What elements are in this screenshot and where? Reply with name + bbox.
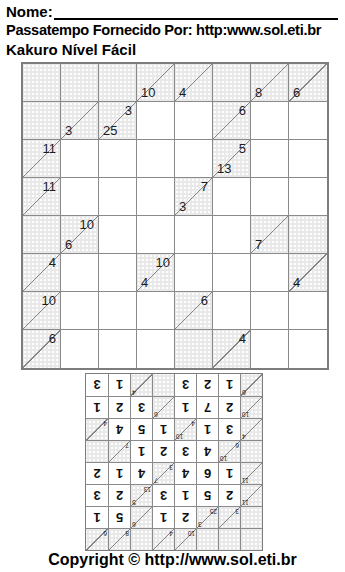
solution-cell-r7c6: 3 — [130, 396, 152, 418]
down-clue: 4 — [169, 529, 173, 537]
solution-cell-r5c3: 4 — [196, 440, 218, 462]
across-clue: 10 — [176, 432, 183, 440]
down-clue: 6 — [293, 86, 300, 99]
solution-cell-r3c8: 3 — [86, 484, 108, 506]
solution-digit: 1 — [219, 374, 240, 396]
copyright-text: Copyright © http://www.sol.eti.br — [0, 551, 345, 569]
cell-r1c4: 10 — [137, 64, 175, 102]
solution-cell-r7c3: 7 — [196, 396, 218, 418]
cell-r8c8[interactable] — [289, 330, 327, 368]
across-clue: 10 — [220, 454, 227, 462]
solution-cell-r2c6: 6 — [130, 506, 152, 528]
solution-cell-r2c5: 1 — [152, 506, 174, 528]
down-clue: 6 — [103, 529, 107, 537]
solution-cell-r4c2: 1 — [218, 462, 240, 484]
cell-r4c4[interactable] — [137, 178, 175, 216]
solution-cell-r5c5: 2 — [152, 440, 174, 462]
solution-digit: 1 — [86, 507, 108, 528]
solution-digit: 5 — [131, 419, 152, 440]
solution-digit: 3 — [86, 374, 108, 396]
cell-r8c4[interactable] — [137, 330, 175, 368]
down-clue: 3 — [169, 463, 173, 471]
solution-digit: 4 — [131, 463, 152, 484]
solution-cell-r5c6: 1 — [130, 440, 152, 462]
solution-cell-r4c6: 4 — [130, 462, 152, 484]
solution-cell-r2c2: 3 — [218, 506, 240, 528]
cell-r3c8[interactable] — [289, 140, 327, 178]
name-label: Nome: — [6, 3, 53, 20]
solution-digit: 3 — [131, 397, 152, 418]
solution-cell-r1c3 — [196, 528, 218, 550]
solution-cell-r7c7: 2 — [108, 396, 130, 418]
solution-cell-r6c7: 4 — [108, 418, 130, 440]
across-clue: 6 — [49, 332, 56, 345]
solution-cell-r4c8: 2 — [86, 462, 108, 484]
across-clue: 11 — [43, 180, 57, 193]
cell-r2c2: 3 — [61, 102, 99, 140]
cell-r6c3[interactable] — [99, 254, 137, 292]
solution-cell-r2c1 — [240, 506, 262, 528]
cell-r3c6: 513 — [213, 140, 251, 178]
solution-cell-r5c2: 106 — [218, 440, 240, 462]
across-clue: 6 — [242, 388, 246, 396]
cell-r2c7[interactable] — [251, 102, 289, 140]
cell-r7c1: 10 — [23, 292, 61, 330]
cell-r1c3 — [99, 64, 137, 102]
solution-cell-r8c2: 1 — [218, 374, 240, 396]
solution-digit: 3 — [219, 419, 240, 440]
cell-r1c1 — [23, 64, 61, 102]
across-clue: 3 — [198, 520, 202, 528]
cell-r3c3[interactable] — [99, 140, 137, 178]
solution-cell-r7c8: 1 — [86, 396, 108, 418]
cell-r6c1: 4 — [23, 254, 61, 292]
solution-cell-r6c5: 1 — [152, 418, 174, 440]
across-clue: 11 — [242, 498, 249, 506]
cell-r5c4[interactable] — [137, 216, 175, 254]
cell-r5c6[interactable] — [213, 216, 251, 254]
solution-digit: 3 — [175, 441, 196, 462]
solution-cell-r4c1: 11 — [240, 462, 262, 484]
cell-r7c5: 6 — [175, 292, 213, 330]
solution-cell-r2c8: 1 — [86, 506, 108, 528]
across-clue: 7 — [154, 476, 158, 484]
cell-r7c3[interactable] — [99, 292, 137, 330]
solution-cell-r6c8: 4 — [86, 418, 108, 440]
solution-digit: 2 — [219, 397, 240, 418]
solution-digit: 2 — [109, 397, 130, 418]
solution-cell-r3c4: 1 — [174, 484, 196, 506]
solution-digit: 2 — [86, 463, 108, 484]
cell-r2c3: 325 — [99, 102, 137, 140]
solution-digit: 2 — [175, 507, 196, 528]
across-clue: 10 — [80, 218, 94, 231]
across-clue: 6 — [201, 294, 208, 307]
down-clue: 6 — [65, 238, 72, 251]
across-clue: 4 — [239, 332, 246, 345]
cell-r8c7[interactable] — [251, 330, 289, 368]
cell-r1c8: 6 — [289, 64, 327, 102]
cell-r3c1: 11 — [23, 140, 61, 178]
across-clue: 11 — [242, 476, 249, 484]
down-clue: 4 — [103, 419, 107, 427]
cell-r6c4: 104 — [137, 254, 175, 292]
cell-r7c2[interactable] — [61, 292, 99, 330]
solution-cell-r8c7: 1 — [108, 374, 130, 396]
down-clue: 4 — [179, 86, 186, 99]
cell-r2c1 — [23, 102, 61, 140]
cell-r3c7[interactable] — [251, 140, 289, 178]
down-clue: 7 — [255, 238, 262, 251]
across-clue: 10 — [242, 410, 249, 418]
cell-r1c5: 4 — [175, 64, 213, 102]
cell-r3c4[interactable] — [137, 140, 175, 178]
cell-r6c5[interactable] — [175, 254, 213, 292]
solution-cell-r4c7: 1 — [108, 462, 130, 484]
across-clue: 4 — [242, 432, 246, 440]
cell-r2c5[interactable] — [175, 102, 213, 140]
solution-cell-r7c1: 10 — [240, 396, 262, 418]
solution-cell-r5c7: 7 — [108, 440, 130, 462]
across-clue: 5 — [239, 142, 246, 155]
cell-r5c3[interactable] — [99, 216, 137, 254]
solution-cell-r1c1 — [240, 528, 262, 550]
solution-cell-r8c8: 3 — [86, 374, 108, 396]
solution-digit: 7 — [197, 397, 218, 418]
solution-cell-r1c2 — [218, 528, 240, 550]
solution-digit: 3 — [175, 374, 196, 396]
down-clue: 4 — [293, 276, 300, 289]
solution-cell-r8c1: 6 — [240, 374, 262, 396]
down-clue: 13 — [144, 485, 151, 493]
solution-cell-r1c4: 10 — [174, 528, 196, 550]
cell-r2c4[interactable] — [137, 102, 175, 140]
solution-cell-r1c5: 4 — [152, 528, 174, 550]
solution-digit: 1 — [109, 374, 130, 396]
solution-cell-r8c3: 2 — [196, 374, 218, 396]
solution-cell-r7c2: 2 — [218, 396, 240, 418]
cell-r5c2: 106 — [61, 216, 99, 254]
cell-r8c6: 4 — [213, 330, 251, 368]
down-clue: 10 — [141, 86, 155, 99]
solution-digit: 1 — [131, 441, 152, 462]
solution-digit: 2 — [219, 485, 240, 506]
cell-r7c8[interactable] — [289, 292, 327, 330]
solution-cell-r3c1: 11 — [240, 484, 262, 506]
cell-r4c1: 11 — [23, 178, 61, 216]
solution-cell-r1c6 — [130, 528, 152, 550]
down-clue: 10 — [188, 529, 195, 537]
solution-cell-r1c7: 8 — [108, 528, 130, 550]
cell-r7c6[interactable] — [213, 292, 251, 330]
cell-r6c6[interactable] — [213, 254, 251, 292]
cell-r1c2 — [61, 64, 99, 102]
solution-digit: 2 — [109, 485, 130, 506]
down-clue: 13 — [217, 162, 231, 175]
solution-cell-r2c3: 325 — [196, 506, 218, 528]
solution-cell-r5c1 — [240, 440, 262, 462]
solution-digit: 3 — [86, 485, 108, 506]
cell-r4c7[interactable] — [251, 178, 289, 216]
cell-r5c8 — [289, 216, 327, 254]
page-title: Kakuro Nível Fácil — [6, 41, 338, 58]
down-clue: 7 — [125, 441, 129, 449]
solution-cell-r4c4: 4 — [174, 462, 196, 484]
down-clue: 25 — [103, 124, 117, 137]
solution-digit: 1 — [175, 397, 196, 418]
cell-r5c1 — [23, 216, 61, 254]
down-clue: 6 — [235, 441, 239, 449]
solution-digit: 4 — [197, 441, 218, 462]
kakuro-main-grid: 104863325611513117310674104410664 — [21, 62, 329, 370]
across-clue: 6 — [132, 520, 136, 528]
cell-r8c5 — [175, 330, 213, 368]
solution-cell-r3c5: 3 — [152, 484, 174, 506]
cell-r6c2[interactable] — [61, 254, 99, 292]
cell-r3c5[interactable] — [175, 140, 213, 178]
solution-digit: 6 — [197, 463, 218, 484]
down-clue: 25 — [210, 507, 217, 515]
solution-cell-r8c6: 4 — [130, 374, 152, 396]
cell-r2c8[interactable] — [289, 102, 327, 140]
solution-cell-r8c4: 3 — [174, 374, 196, 396]
solution-digit: 2 — [153, 441, 174, 462]
solution-cell-r7c4: 1 — [174, 396, 196, 418]
solution-digit: 5 — [197, 485, 218, 506]
cell-r1c7: 8 — [251, 64, 289, 102]
solution-cell-r2c4: 2 — [174, 506, 196, 528]
down-clue: 4 — [141, 276, 148, 289]
cell-r8c2[interactable] — [61, 330, 99, 368]
solution-cell-r6c4: 104 — [174, 418, 196, 440]
cell-r5c7: 7 — [251, 216, 289, 254]
solution-digit: 4 — [109, 419, 130, 440]
across-clue: 4 — [132, 388, 136, 396]
cell-r6c8: 4 — [289, 254, 327, 292]
cell-r4c3[interactable] — [99, 178, 137, 216]
solution-digit: 2 — [197, 374, 218, 396]
solution-digit: 1 — [109, 463, 130, 484]
across-clue: 7 — [201, 180, 208, 193]
cell-r8c1: 6 — [23, 330, 61, 368]
across-clue: 6 — [239, 104, 246, 117]
across-clue: 10 — [42, 294, 56, 307]
name-blank-line[interactable] — [54, 3, 338, 20]
down-clue: 8 — [255, 86, 262, 99]
cell-r4c2[interactable] — [61, 178, 99, 216]
cell-r6c7[interactable] — [251, 254, 289, 292]
provider-line: Passatempo Fornecido Por: http:www.sol.e… — [6, 22, 338, 38]
solution-cell-r6c6: 5 — [130, 418, 152, 440]
solution-digit: 1 — [86, 397, 108, 418]
solution-digit: 1 — [175, 485, 196, 506]
cell-r4c8[interactable] — [289, 178, 327, 216]
name-row: Nome: — [6, 3, 338, 20]
cell-r1c6 — [213, 64, 251, 102]
solution-cell-r2c7: 5 — [108, 506, 130, 528]
across-clue: 6 — [154, 410, 158, 418]
solution-digit: 3 — [153, 485, 174, 506]
cell-r4c6[interactable] — [213, 178, 251, 216]
cell-r8c3[interactable] — [99, 330, 137, 368]
cell-r7c7[interactable] — [251, 292, 289, 330]
solution-cell-r3c6: 513 — [130, 484, 152, 506]
solution-grid-rotated-wrapper: 1048633252165111251351323111647341210643… — [85, 373, 263, 551]
cell-r5c5[interactable] — [175, 216, 213, 254]
across-clue: 4 — [49, 256, 56, 269]
solution-cell-r3c7: 2 — [108, 484, 130, 506]
cell-r4c5: 73 — [175, 178, 213, 216]
solution-cell-r7c5: 6 — [152, 396, 174, 418]
solution-cell-r3c2: 2 — [218, 484, 240, 506]
down-clue: 3 — [179, 200, 186, 213]
across-clue: 3 — [125, 104, 132, 117]
solution-cell-r6c2: 3 — [218, 418, 240, 440]
cell-r7c4[interactable] — [137, 292, 175, 330]
solution-digit: 1 — [153, 419, 174, 440]
solution-cell-r5c8 — [86, 440, 108, 462]
down-clue: 3 — [235, 507, 239, 515]
solution-digit: 5 — [109, 507, 130, 528]
across-clue: 11 — [43, 142, 57, 155]
solution-cell-r3c3: 5 — [196, 484, 218, 506]
solution-digit: 1 — [197, 419, 218, 440]
cell-r2c6: 6 — [213, 102, 251, 140]
kakuro-solution-grid: 1048633252165111251351323111647341210643… — [85, 373, 263, 551]
solution-cell-r4c5: 73 — [152, 462, 174, 484]
across-clue: 10 — [156, 256, 170, 269]
across-clue: 5 — [132, 498, 136, 506]
solution-cell-r6c3: 1 — [196, 418, 218, 440]
solution-cell-r6c1: 4 — [240, 418, 262, 440]
solution-digit: 4 — [175, 463, 196, 484]
solution-cell-r5c4: 3 — [174, 440, 196, 462]
solution-digit: 1 — [219, 463, 240, 484]
down-clue: 3 — [65, 124, 72, 137]
solution-cell-r1c8: 6 — [86, 528, 108, 550]
solution-cell-r8c5 — [152, 374, 174, 396]
down-clue: 4 — [191, 419, 195, 427]
cell-r3c2[interactable] — [61, 140, 99, 178]
down-clue: 8 — [125, 529, 129, 537]
solution-cell-r4c3: 6 — [196, 462, 218, 484]
solution-digit: 1 — [153, 507, 174, 528]
